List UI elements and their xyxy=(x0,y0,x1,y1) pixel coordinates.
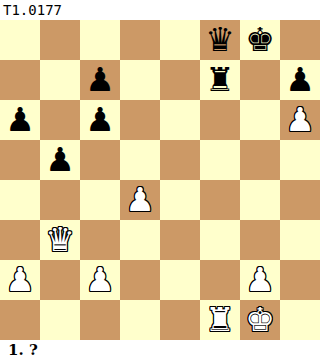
white-pawn: ♟ xyxy=(80,260,120,300)
square-d4[interactable]: ♟ xyxy=(120,180,160,220)
black-pawn: ♟ xyxy=(40,140,80,180)
square-c4[interactable] xyxy=(80,180,120,220)
square-a3[interactable] xyxy=(0,220,40,260)
puzzle-title: T1.0177 xyxy=(0,0,320,20)
white-rook: ♜ xyxy=(200,300,240,340)
square-h2[interactable] xyxy=(280,260,320,300)
square-g8[interactable]: ♚ xyxy=(240,20,280,60)
black-queen: ♛ xyxy=(200,20,240,60)
white-king: ♚ xyxy=(240,300,280,340)
black-pawn: ♟ xyxy=(0,100,40,140)
square-f4[interactable] xyxy=(200,180,240,220)
square-a7[interactable] xyxy=(0,60,40,100)
square-h5[interactable] xyxy=(280,140,320,180)
square-d3[interactable] xyxy=(120,220,160,260)
square-d8[interactable] xyxy=(120,20,160,60)
move-prompt: 1. ? xyxy=(0,340,320,360)
square-b5[interactable]: ♟ xyxy=(40,140,80,180)
square-b6[interactable] xyxy=(40,100,80,140)
white-queen: ♛ xyxy=(40,220,80,260)
black-pawn: ♟ xyxy=(80,100,120,140)
square-a1[interactable] xyxy=(0,300,40,340)
square-f5[interactable] xyxy=(200,140,240,180)
square-e1[interactable] xyxy=(160,300,200,340)
square-a6[interactable]: ♟ xyxy=(0,100,40,140)
square-h3[interactable] xyxy=(280,220,320,260)
square-f3[interactable] xyxy=(200,220,240,260)
square-b1[interactable] xyxy=(40,300,80,340)
square-g2[interactable]: ♟ xyxy=(240,260,280,300)
white-pawn: ♟ xyxy=(280,100,320,140)
black-rook: ♜ xyxy=(200,60,240,100)
square-f8[interactable]: ♛ xyxy=(200,20,240,60)
square-b4[interactable] xyxy=(40,180,80,220)
square-f1[interactable]: ♜ xyxy=(200,300,240,340)
black-king: ♚ xyxy=(240,20,280,60)
square-b8[interactable] xyxy=(40,20,80,60)
square-g1[interactable]: ♚ xyxy=(240,300,280,340)
square-c7[interactable]: ♟ xyxy=(80,60,120,100)
square-a4[interactable] xyxy=(0,180,40,220)
square-h4[interactable] xyxy=(280,180,320,220)
square-e4[interactable] xyxy=(160,180,200,220)
square-e3[interactable] xyxy=(160,220,200,260)
square-h7[interactable]: ♟ xyxy=(280,60,320,100)
square-d1[interactable] xyxy=(120,300,160,340)
square-g6[interactable] xyxy=(240,100,280,140)
square-c6[interactable]: ♟ xyxy=(80,100,120,140)
square-c1[interactable] xyxy=(80,300,120,340)
square-e6[interactable] xyxy=(160,100,200,140)
square-e5[interactable] xyxy=(160,140,200,180)
square-g3[interactable] xyxy=(240,220,280,260)
square-d2[interactable] xyxy=(120,260,160,300)
square-g5[interactable] xyxy=(240,140,280,180)
square-h1[interactable] xyxy=(280,300,320,340)
square-d5[interactable] xyxy=(120,140,160,180)
chess-board: ♛♚♟♜♟♟♟♟♟♟♛♟♟♟♜♚ xyxy=(0,20,320,340)
square-e2[interactable] xyxy=(160,260,200,300)
square-d7[interactable] xyxy=(120,60,160,100)
square-a5[interactable] xyxy=(0,140,40,180)
square-f6[interactable] xyxy=(200,100,240,140)
black-pawn: ♟ xyxy=(80,60,120,100)
square-e7[interactable] xyxy=(160,60,200,100)
square-b7[interactable] xyxy=(40,60,80,100)
square-d6[interactable] xyxy=(120,100,160,140)
square-g7[interactable] xyxy=(240,60,280,100)
square-g4[interactable] xyxy=(240,180,280,220)
square-h6[interactable]: ♟ xyxy=(280,100,320,140)
square-h8[interactable] xyxy=(280,20,320,60)
square-f2[interactable] xyxy=(200,260,240,300)
square-c8[interactable] xyxy=(80,20,120,60)
square-c3[interactable] xyxy=(80,220,120,260)
square-b3[interactable]: ♛ xyxy=(40,220,80,260)
white-pawn: ♟ xyxy=(120,180,160,220)
square-c5[interactable] xyxy=(80,140,120,180)
white-pawn: ♟ xyxy=(240,260,280,300)
square-a2[interactable]: ♟ xyxy=(0,260,40,300)
square-b2[interactable] xyxy=(40,260,80,300)
square-c2[interactable]: ♟ xyxy=(80,260,120,300)
black-pawn: ♟ xyxy=(280,60,320,100)
square-a8[interactable] xyxy=(0,20,40,60)
square-f7[interactable]: ♜ xyxy=(200,60,240,100)
square-e8[interactable] xyxy=(160,20,200,60)
white-pawn: ♟ xyxy=(0,260,40,300)
